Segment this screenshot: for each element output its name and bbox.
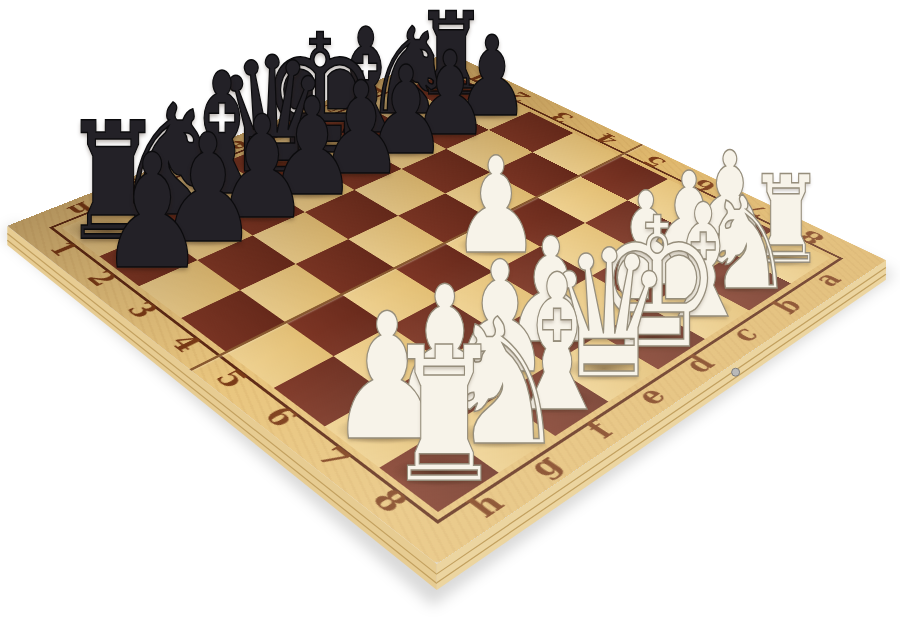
pieces-layer: ♜♞♝♛♚♝♞♜♟♟♟♟♟♟♟♟♜♞♝♛♚♝♞♜♟♟♟♟♟♟♟♟ (0, 0, 900, 626)
chess-set-photo: 11hh22gg33ff44ee55dd66cc77bb88aa ♜♞♝♛♚♝♞… (0, 0, 900, 626)
piece-white-rook-h8[interactable]: ♜ (385, 323, 502, 509)
piece-black-pawn-h2[interactable]: ♟ (98, 132, 205, 291)
